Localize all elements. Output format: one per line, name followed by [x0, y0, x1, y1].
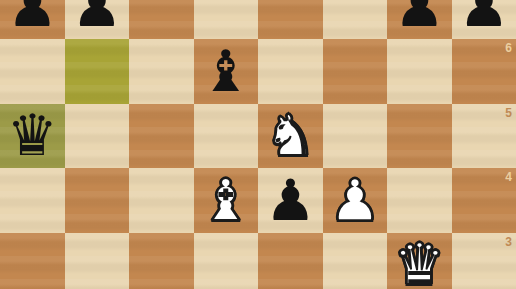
square-a4[interactable]	[0, 168, 65, 233]
square-c5[interactable]	[129, 104, 194, 169]
square-h3[interactable]: 3	[452, 233, 516, 289]
square-b4[interactable]	[65, 168, 130, 233]
square-f7[interactable]	[323, 0, 388, 39]
square-e7[interactable]	[258, 0, 323, 39]
white-bishop[interactable]: ♝	[200, 172, 251, 229]
square-g5[interactable]	[387, 104, 452, 169]
square-g6[interactable]	[387, 39, 452, 104]
square-b5[interactable]	[65, 104, 130, 169]
square-h5[interactable]: 5	[452, 104, 516, 169]
black-queen[interactable]: ♛	[7, 107, 58, 164]
square-e4[interactable]: ♟	[258, 168, 323, 233]
square-a6[interactable]	[0, 39, 65, 104]
square-f3[interactable]	[323, 233, 388, 289]
square-d3[interactable]	[194, 233, 259, 289]
square-d7[interactable]	[194, 0, 259, 39]
rank-label-6: 6	[505, 42, 512, 54]
square-g7[interactable]: ♟	[387, 0, 452, 39]
square-b3[interactable]	[65, 233, 130, 289]
square-f5[interactable]	[323, 104, 388, 169]
square-d4[interactable]: ♝	[194, 168, 259, 233]
square-c3[interactable]	[129, 233, 194, 289]
square-f4[interactable]: ♟	[323, 168, 388, 233]
square-h4[interactable]: 4	[452, 168, 516, 233]
square-e6[interactable]	[258, 39, 323, 104]
square-d5[interactable]	[194, 104, 259, 169]
chess-board: ♟♟♟♟♝6♛♞5♝♟♟4♛3	[0, 0, 516, 289]
square-e3[interactable]	[258, 233, 323, 289]
square-a7[interactable]: ♟	[0, 0, 65, 39]
square-b7[interactable]: ♟	[65, 0, 130, 39]
black-pawn[interactable]: ♟	[458, 0, 509, 35]
square-a5[interactable]: ♛	[0, 104, 65, 169]
square-c6[interactable]	[129, 39, 194, 104]
square-g4[interactable]	[387, 168, 452, 233]
square-d6[interactable]: ♝	[194, 39, 259, 104]
black-pawn[interactable]: ♟	[7, 0, 58, 35]
square-c4[interactable]	[129, 168, 194, 233]
white-pawn[interactable]: ♟	[329, 172, 380, 229]
black-pawn[interactable]: ♟	[71, 0, 122, 35]
square-h7[interactable]: ♟	[452, 0, 516, 39]
square-a3[interactable]	[0, 233, 65, 289]
black-bishop[interactable]: ♝	[200, 43, 251, 100]
black-pawn[interactable]: ♟	[394, 0, 445, 35]
square-g3[interactable]: ♛	[387, 233, 452, 289]
rank-label-4: 4	[505, 171, 512, 183]
square-f6[interactable]	[323, 39, 388, 104]
white-knight[interactable]: ♞	[265, 107, 316, 164]
rank-label-5: 5	[505, 107, 512, 119]
square-e5[interactable]: ♞	[258, 104, 323, 169]
black-pawn[interactable]: ♟	[265, 172, 316, 229]
square-h6[interactable]: 6	[452, 39, 516, 104]
white-queen[interactable]: ♛	[394, 236, 445, 289]
board-viewport: ♟♟♟♟♝6♛♞5♝♟♟4♛3	[0, 0, 516, 289]
rank-label-3: 3	[505, 236, 512, 248]
square-b6[interactable]	[65, 39, 130, 104]
square-c7[interactable]	[129, 0, 194, 39]
